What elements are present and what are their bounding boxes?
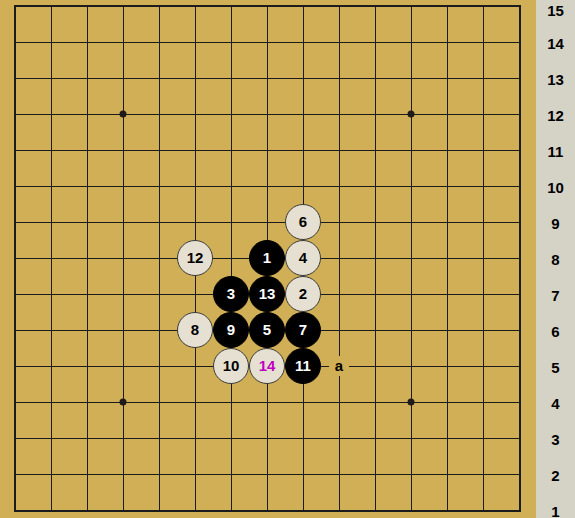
move-number: 13 bbox=[259, 285, 276, 302]
white-stone-move-2[interactable]: 2 bbox=[285, 276, 321, 312]
black-stone-move-7[interactable]: 7 bbox=[285, 312, 321, 348]
row-coordinate-13: 13 bbox=[536, 71, 575, 89]
row-coordinate-sidebar: 151413121110987654321 bbox=[536, 0, 575, 518]
move-number: 3 bbox=[227, 285, 235, 302]
move-number: 11 bbox=[295, 357, 311, 374]
move-number: 5 bbox=[263, 321, 271, 338]
go-diagram: 1234567891011121314 a 151413121110987654… bbox=[0, 0, 575, 518]
row-coordinate-3: 3 bbox=[536, 431, 575, 449]
white-stone-move-8[interactable]: 8 bbox=[177, 312, 213, 348]
row-coordinate-1: 1 bbox=[536, 503, 575, 518]
white-stone-move-6[interactable]: 6 bbox=[285, 204, 321, 240]
row-coordinate-8: 8 bbox=[536, 251, 575, 269]
row-coordinate-4: 4 bbox=[536, 395, 575, 413]
black-stone-move-3[interactable]: 3 bbox=[213, 276, 249, 312]
black-stone-move-5[interactable]: 5 bbox=[249, 312, 285, 348]
row-coordinate-10: 10 bbox=[536, 179, 575, 197]
white-stone-move-4[interactable]: 4 bbox=[285, 240, 321, 276]
star-point bbox=[120, 399, 127, 406]
row-coordinate-5: 5 bbox=[536, 359, 575, 377]
black-stone-move-1[interactable]: 1 bbox=[249, 240, 285, 276]
move-number: 12 bbox=[187, 249, 204, 266]
move-number: 7 bbox=[299, 321, 307, 338]
row-coordinate-12: 12 bbox=[536, 107, 575, 125]
move-number: 10 bbox=[223, 357, 240, 374]
row-coordinate-2: 2 bbox=[536, 467, 575, 485]
row-coordinate-11: 11 bbox=[536, 143, 575, 161]
move-number: 2 bbox=[299, 285, 307, 302]
star-point bbox=[408, 399, 415, 406]
white-stone-move-10[interactable]: 10 bbox=[213, 348, 249, 384]
star-point bbox=[408, 111, 415, 118]
white-stone-move-14[interactable]: 14 bbox=[249, 348, 285, 384]
row-coordinate-7: 7 bbox=[536, 287, 575, 305]
move-number: 6 bbox=[299, 213, 307, 230]
black-stone-move-9[interactable]: 9 bbox=[213, 312, 249, 348]
black-stone-move-13[interactable]: 13 bbox=[249, 276, 285, 312]
black-stone-move-11[interactable]: 11 bbox=[285, 348, 321, 384]
row-coordinate-14: 14 bbox=[536, 35, 575, 53]
point-label-a[interactable]: a bbox=[329, 356, 349, 376]
move-number: 14 bbox=[259, 357, 276, 374]
move-number: 4 bbox=[299, 249, 307, 266]
move-number: 1 bbox=[263, 249, 271, 266]
row-coordinate-15: 15 bbox=[536, 2, 575, 20]
move-number: 8 bbox=[191, 321, 199, 338]
white-stone-move-12[interactable]: 12 bbox=[177, 240, 213, 276]
row-coordinate-9: 9 bbox=[536, 215, 575, 233]
move-number: 9 bbox=[227, 321, 235, 338]
row-coordinate-6: 6 bbox=[536, 323, 575, 341]
star-point bbox=[120, 111, 127, 118]
